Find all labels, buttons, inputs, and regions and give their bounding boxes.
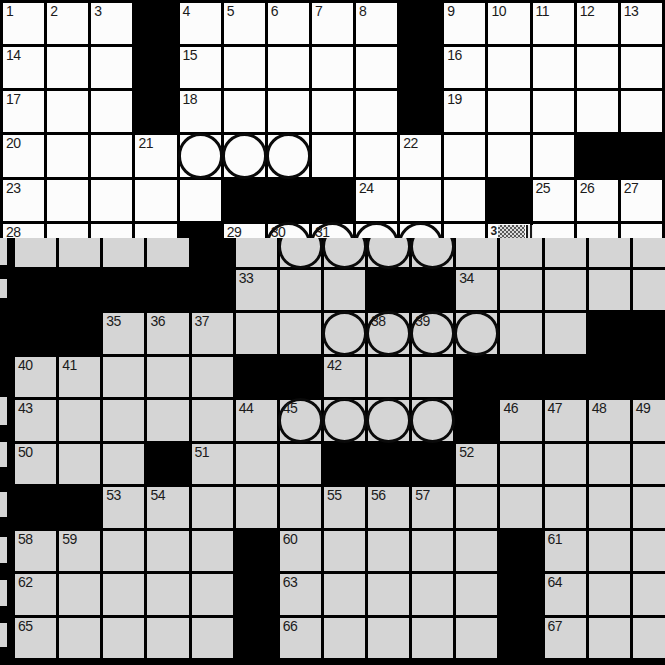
letter-cell-r3c15[interactable]: [621, 91, 662, 132]
left-margin-cell-sliver-5: [0, 492, 9, 517]
letter-cell-r12c11[interactable]: [456, 487, 497, 528]
left-margin-cell-sliver-1: [0, 238, 9, 265]
circle-marker: [366, 398, 411, 443]
letter-cell-r3c8[interactable]: [312, 91, 353, 132]
letter-cell-r10c5[interactable]: [192, 400, 233, 441]
letter-cell-r11c2[interactable]: [59, 444, 100, 485]
clue-number-18: 18: [183, 92, 198, 107]
black-cell-r11c10: [412, 444, 453, 485]
clue-number-60: 60: [283, 532, 298, 547]
clue-number-6: 6: [271, 4, 278, 19]
letter-cell-r10c7[interactable]: 45: [280, 400, 321, 441]
black-cell-r7c3: [103, 270, 144, 311]
letter-cell-r5c11[interactable]: [444, 180, 485, 221]
clue-number-7: 7: [315, 4, 322, 19]
clue-number-38: 38: [371, 314, 386, 329]
letter-cell-r4c13[interactable]: [533, 135, 574, 176]
circle-marker: [278, 238, 323, 269]
letter-cell-r13c9[interactable]: [368, 531, 409, 572]
black-cell-r11c8: [324, 444, 365, 485]
clue-number-5: 5: [227, 4, 234, 19]
letter-cell-r2c13[interactable]: [533, 47, 574, 88]
black-cell-r13c12: [500, 531, 541, 572]
clue-number-12: 12: [580, 4, 595, 19]
letter-cell-r13c4[interactable]: [147, 531, 188, 572]
letter-cell-r13c1[interactable]: 58: [15, 531, 56, 572]
letter-cell-r12c4[interactable]: 54: [147, 487, 188, 528]
letter-cell-r7c14[interactable]: [589, 270, 630, 311]
clue-number-33: 33: [239, 271, 254, 286]
black-cell-r1c10: [400, 3, 441, 44]
letter-cell-r3c9[interactable]: [356, 91, 397, 132]
letter-cell-r3c5[interactable]: 18: [180, 91, 221, 132]
crossword-grid-bottom-gray: 3334353637383940414243444546474849505152…: [12, 238, 665, 661]
letter-cell-r10c4[interactable]: [147, 400, 188, 441]
clue-number-64: 64: [548, 575, 563, 590]
letter-cell-r6c4[interactable]: [147, 238, 188, 267]
letter-cell-r10c9[interactable]: [368, 400, 409, 441]
clue-number-67: 67: [548, 619, 563, 634]
black-cell-r2c4: [135, 47, 176, 88]
letter-cell-r7c13[interactable]: [545, 270, 586, 311]
letter-cell-r8c7[interactable]: [280, 313, 321, 354]
letter-cell-r6c7[interactable]: [280, 238, 321, 267]
letter-cell-r6c13[interactable]: [545, 238, 586, 267]
clue-number-3: 3: [94, 4, 101, 19]
black-cell-r15c12: [500, 618, 541, 659]
letter-cell-r9c3[interactable]: [103, 357, 144, 398]
letter-cell-r15c9[interactable]: [368, 618, 409, 659]
letter-cell-r15c3[interactable]: [103, 618, 144, 659]
clue-number-8: 8: [359, 4, 366, 19]
letter-cell-r4c7[interactable]: [268, 135, 309, 176]
letter-cell-r9c4[interactable]: [147, 357, 188, 398]
letter-cell-r1c2[interactable]: 2: [47, 3, 88, 44]
letter-cell-r1c15[interactable]: 13: [621, 3, 662, 44]
letter-cell-r12c9[interactable]: 56: [368, 487, 409, 528]
letter-cell-r11c11[interactable]: 52: [456, 444, 497, 485]
letter-cell-r3c1[interactable]: 17: [3, 91, 44, 132]
left-margin-cell-sliver-2: [0, 279, 9, 298]
letter-cell-r11c14[interactable]: [589, 444, 630, 485]
clue-number-53: 53: [106, 488, 121, 503]
clue-number-43: 43: [18, 401, 33, 416]
clue-number-42: 42: [327, 358, 342, 373]
letter-cell-r4c10[interactable]: 22: [400, 135, 441, 176]
letter-cell-r6c12[interactable]: [500, 238, 541, 267]
letter-cell-r1c11[interactable]: 9: [444, 3, 485, 44]
letter-cell-r10c13[interactable]: 47: [545, 400, 586, 441]
letter-cell-r2c12[interactable]: [488, 47, 529, 88]
circle-marker: [454, 311, 499, 356]
black-cell-r8c14: [589, 313, 630, 354]
letter-cell-r7c6[interactable]: 33: [236, 270, 277, 311]
letter-cell-r15c2[interactable]: [59, 618, 100, 659]
crossword-board: 1234567891011121314151617181920212223242…: [0, 0, 665, 665]
circle-marker: [322, 238, 367, 269]
letter-cell-r3c12[interactable]: [488, 91, 529, 132]
letter-cell-r10c3[interactable]: [103, 400, 144, 441]
black-cell-r14c6: [236, 574, 277, 615]
letter-cell-r4c8[interactable]: [312, 135, 353, 176]
clue-number-4: 4: [183, 4, 190, 19]
black-cell-r9c14: [589, 357, 630, 398]
letter-cell-r10c8[interactable]: [324, 400, 365, 441]
letter-cell-r6c14[interactable]: [589, 238, 630, 267]
clue-number-50: 50: [18, 445, 33, 460]
letter-cell-r10c15[interactable]: 49: [633, 400, 665, 441]
letter-cell-r8c6[interactable]: [236, 313, 277, 354]
letter-cell-r14c7[interactable]: 63: [280, 574, 321, 615]
letter-cell-r4c3[interactable]: [91, 135, 132, 176]
letter-cell-r11c13[interactable]: [545, 444, 586, 485]
letter-cell-r15c7[interactable]: 66: [280, 618, 321, 659]
letter-cell-r13c13[interactable]: 61: [545, 531, 586, 572]
black-cell-r12c2: [59, 487, 100, 528]
letter-cell-r12c14[interactable]: [589, 487, 630, 528]
letter-cell-r2c9[interactable]: [356, 47, 397, 88]
letter-cell-r8c4[interactable]: 36: [147, 313, 188, 354]
letter-cell-r5c3[interactable]: [91, 180, 132, 221]
circle-marker: [410, 238, 455, 269]
letter-cell-r5c2[interactable]: [47, 180, 88, 221]
clue-number-20: 20: [6, 136, 21, 151]
letter-cell-r12c8[interactable]: 55: [324, 487, 365, 528]
clue-number-47: 47: [548, 401, 563, 416]
black-cell-r10c11: [456, 400, 497, 441]
letter-cell-r3c3[interactable]: [91, 91, 132, 132]
clue-number-34: 34: [459, 271, 474, 286]
letter-cell-r7c8[interactable]: [324, 270, 365, 311]
letter-cell-r1c7[interactable]: 6: [268, 3, 309, 44]
letter-cell-r2c8[interactable]: [312, 47, 353, 88]
letter-cell-r14c11[interactable]: [456, 574, 497, 615]
clue-number-19: 19: [447, 92, 462, 107]
letter-cell-r9c10[interactable]: [412, 357, 453, 398]
clue-number-58: 58: [18, 532, 33, 547]
black-cell-r9c15: [633, 357, 665, 398]
letter-cell-r2c11[interactable]: 16: [444, 47, 485, 88]
letter-cell-r14c15[interactable]: [633, 574, 665, 615]
circle-marker: [266, 133, 311, 178]
black-cell-r5c6: [224, 180, 265, 221]
letter-cell-r10c12[interactable]: 46: [500, 400, 541, 441]
letter-cell-r6c8[interactable]: [324, 238, 365, 267]
black-cell-r5c8: [312, 180, 353, 221]
letter-cell-r13c8[interactable]: [324, 531, 365, 572]
black-cell-r9c12: [500, 357, 541, 398]
clue-number-24: 24: [359, 181, 374, 196]
letter-cell-r2c1[interactable]: 14: [3, 47, 44, 88]
black-cell-r4c15: [621, 135, 662, 176]
clue-number-27: 27: [624, 181, 639, 196]
left-margin-cell-sliver-3: [0, 397, 9, 425]
letter-cell-r14c4[interactable]: [147, 574, 188, 615]
letter-cell-r6c2[interactable]: [59, 238, 100, 267]
clue-number-23: 23: [6, 181, 21, 196]
letter-cell-r7c11[interactable]: 34: [456, 270, 497, 311]
letter-cell-r1c5[interactable]: 4: [180, 3, 221, 44]
letter-cell-r5c15[interactable]: 27: [621, 180, 662, 221]
black-cell-r3c10: [400, 91, 441, 132]
letter-cell-r15c14[interactable]: [589, 618, 630, 659]
letter-cell-r3c13[interactable]: [533, 91, 574, 132]
letter-cell-r13c14[interactable]: [589, 531, 630, 572]
clue-number-37: 37: [195, 314, 210, 329]
letter-cell-r13c10[interactable]: [412, 531, 453, 572]
left-margin-cell-sliver-6: [0, 537, 9, 563]
letter-cell-r12c3[interactable]: 53: [103, 487, 144, 528]
black-cell-r14c12: [500, 574, 541, 615]
letter-cell-r2c3[interactable]: [91, 47, 132, 88]
letter-cell-r4c1[interactable]: 20: [3, 135, 44, 176]
clue-number-59: 59: [62, 532, 77, 547]
letter-cell-r8c13[interactable]: [545, 313, 586, 354]
letter-cell-r5c10[interactable]: [400, 180, 441, 221]
letter-cell-r7c12[interactable]: [500, 270, 541, 311]
letter-cell-r9c1[interactable]: 40: [15, 357, 56, 398]
letter-cell-r4c9[interactable]: [356, 135, 397, 176]
black-cell-r13c6: [236, 531, 277, 572]
black-cell-r4c14: [577, 135, 618, 176]
letter-cell-r8c12[interactable]: [500, 313, 541, 354]
letter-cell-r13c3[interactable]: [103, 531, 144, 572]
clue-number-40: 40: [18, 358, 33, 373]
letter-cell-r5c5[interactable]: [180, 180, 221, 221]
black-cell-r7c5: [192, 270, 233, 311]
clue-number-1: 1: [6, 4, 13, 19]
letter-cell-r15c13[interactable]: 67: [545, 618, 586, 659]
letter-cell-r5c9[interactable]: 24: [356, 180, 397, 221]
letter-cell-r10c14[interactable]: 48: [589, 400, 630, 441]
black-cell-r6c5: [192, 238, 233, 267]
black-cell-r8c2: [59, 313, 100, 354]
letter-cell-r15c5[interactable]: [192, 618, 233, 659]
letter-cell-r2c6[interactable]: [224, 47, 265, 88]
letter-cell-r8c9[interactable]: 38: [368, 313, 409, 354]
letter-cell-r13c5[interactable]: [192, 531, 233, 572]
letter-cell-r12c15[interactable]: [633, 487, 665, 528]
letter-cell-r6c1[interactable]: [15, 238, 56, 267]
circle-marker: [410, 398, 455, 443]
letter-cell-r11c15[interactable]: [633, 444, 665, 485]
clue-number-2: 2: [50, 4, 57, 19]
letter-cell-r4c11[interactable]: [444, 135, 485, 176]
letter-cell-r5c4[interactable]: [135, 180, 176, 221]
letter-cell-r12c10[interactable]: 57: [412, 487, 453, 528]
letter-cell-r13c15[interactable]: [633, 531, 665, 572]
letter-cell-r9c8[interactable]: 42: [324, 357, 365, 398]
letter-cell-r12c12[interactable]: [500, 487, 541, 528]
letter-cell-r6c9[interactable]: [368, 238, 409, 267]
black-cell-r9c11: [456, 357, 497, 398]
crossword-grid-bottom-overlay: 3334353637383940414243444546474849505152…: [0, 238, 665, 665]
letter-cell-r15c11[interactable]: [456, 618, 497, 659]
black-cell-r7c10: [412, 270, 453, 311]
clue-number-66: 66: [283, 619, 298, 634]
letter-cell-r6c11[interactable]: [456, 238, 497, 267]
letter-cell-r2c5[interactable]: 15: [180, 47, 221, 88]
clue-number-45: 45: [283, 401, 298, 416]
left-margin-cell-sliver-4: [0, 442, 9, 467]
letter-cell-r7c7[interactable]: [280, 270, 321, 311]
letter-cell-r8c10[interactable]: 39: [412, 313, 453, 354]
clue-number-52: 52: [459, 445, 474, 460]
black-cell-r7c2: [59, 270, 100, 311]
letter-cell-r8c3[interactable]: 35: [103, 313, 144, 354]
letter-cell-r11c1[interactable]: 50: [15, 444, 56, 485]
letter-cell-r2c15[interactable]: [621, 47, 662, 88]
letter-cell-r6c6[interactable]: [236, 238, 277, 267]
clue-number-25: 25: [536, 181, 551, 196]
clue-number-39: 39: [415, 314, 430, 329]
letter-cell-r5c1[interactable]: 23: [3, 180, 44, 221]
letter-cell-r13c11[interactable]: [456, 531, 497, 572]
black-cell-r9c7: [280, 357, 321, 398]
letter-cell-r14c5[interactable]: [192, 574, 233, 615]
letter-cell-r5c14[interactable]: 26: [577, 180, 618, 221]
letter-cell-r4c4[interactable]: 21: [135, 135, 176, 176]
letter-cell-r9c2[interactable]: 41: [59, 357, 100, 398]
letter-cell-r14c10[interactable]: [412, 574, 453, 615]
letter-cell-r11c7[interactable]: [280, 444, 321, 485]
circle-marker: [322, 311, 367, 356]
letter-cell-r3c14[interactable]: [577, 91, 618, 132]
clue-number-10: 10: [491, 4, 506, 19]
letter-cell-r1c9[interactable]: 8: [356, 3, 397, 44]
letter-cell-r1c3[interactable]: 3: [91, 3, 132, 44]
letter-cell-r9c5[interactable]: [192, 357, 233, 398]
letter-cell-r14c13[interactable]: 64: [545, 574, 586, 615]
letter-cell-r10c6[interactable]: 44: [236, 400, 277, 441]
black-cell-r5c7: [268, 180, 309, 221]
letter-cell-r4c12[interactable]: [488, 135, 529, 176]
letter-cell-r13c7[interactable]: 60: [280, 531, 321, 572]
clue-number-17: 17: [6, 92, 21, 107]
clue-number-21: 21: [138, 136, 153, 151]
clue-number-11: 11: [536, 4, 550, 19]
letter-cell-r4c6[interactable]: [224, 135, 265, 176]
clue-number-57: 57: [415, 488, 430, 503]
clue-number-44: 44: [239, 401, 254, 416]
letter-cell-r14c1[interactable]: 62: [15, 574, 56, 615]
clue-number-48: 48: [592, 401, 607, 416]
circle-marker: [178, 133, 223, 178]
circle-marker: [366, 238, 411, 269]
letter-cell-r3c11[interactable]: 19: [444, 91, 485, 132]
letter-cell-r2c14[interactable]: [577, 47, 618, 88]
letter-cell-r11c6[interactable]: [236, 444, 277, 485]
letter-cell-r10c2[interactable]: [59, 400, 100, 441]
clue-number-41: 41: [62, 358, 77, 373]
letter-cell-r2c2[interactable]: [47, 47, 88, 88]
letter-cell-r15c15[interactable]: [633, 618, 665, 659]
letter-cell-r1c14[interactable]: 12: [577, 3, 618, 44]
glitched-digit: 3: [490, 225, 497, 238]
black-cell-r8c1: [15, 313, 56, 354]
letter-cell-r3c2[interactable]: [47, 91, 88, 132]
letter-cell-r15c8[interactable]: [324, 618, 365, 659]
letter-cell-r11c12[interactable]: [500, 444, 541, 485]
letter-cell-r14c14[interactable]: [589, 574, 630, 615]
black-cell-r11c4: [147, 444, 188, 485]
letter-cell-r3c6[interactable]: [224, 91, 265, 132]
letter-cell-r10c1[interactable]: 43: [15, 400, 56, 441]
clue-number-56: 56: [371, 488, 386, 503]
circle-marker: [222, 133, 267, 178]
black-cell-r5c12: [488, 180, 529, 221]
letter-cell-r8c11[interactable]: [456, 313, 497, 354]
letter-cell-r4c2[interactable]: [47, 135, 88, 176]
letter-cell-r15c4[interactable]: [147, 618, 188, 659]
clue-number-51: 51: [195, 445, 210, 460]
black-cell-r7c9: [368, 270, 409, 311]
clue-number-36: 36: [150, 314, 165, 329]
black-cell-r7c4: [147, 270, 188, 311]
letter-cell-r6c15[interactable]: [633, 238, 665, 267]
letter-cell-r12c13[interactable]: [545, 487, 586, 528]
letter-cell-r10c10[interactable]: [412, 400, 453, 441]
black-cell-r9c13: [545, 357, 586, 398]
letter-cell-r11c3[interactable]: [103, 444, 144, 485]
letter-cell-r9c9[interactable]: [368, 357, 409, 398]
letter-cell-r1c6[interactable]: 5: [224, 3, 265, 44]
black-cell-r3c4: [135, 91, 176, 132]
letter-cell-r11c5[interactable]: 51: [192, 444, 233, 485]
clue-number-54: 54: [150, 488, 165, 503]
letter-cell-r8c5[interactable]: 37: [192, 313, 233, 354]
black-cell-r12c1: [15, 487, 56, 528]
clue-number-55: 55: [327, 488, 342, 503]
clue-number-63: 63: [283, 575, 298, 590]
letter-cell-r14c3[interactable]: [103, 574, 144, 615]
black-cell-r8c15: [633, 313, 665, 354]
clue-number-49: 49: [636, 401, 651, 416]
letter-cell-r12c5[interactable]: [192, 487, 233, 528]
black-cell-r7c1: [15, 270, 56, 311]
black-cell-r1c4: [135, 3, 176, 44]
letter-cell-r7c15[interactable]: [633, 270, 665, 311]
letter-cell-r5c13[interactable]: 25: [533, 180, 574, 221]
clue-number-46: 46: [503, 401, 518, 416]
letter-cell-r2c7[interactable]: [268, 47, 309, 88]
letter-cell-r15c1[interactable]: 65: [15, 618, 56, 659]
clue-number-13: 13: [624, 4, 639, 19]
letter-cell-r6c10[interactable]: [412, 238, 453, 267]
letter-cell-r12c6[interactable]: [236, 487, 277, 528]
letter-cell-r15c10[interactable]: [412, 618, 453, 659]
letter-cell-r6c3[interactable]: [103, 238, 144, 267]
letter-cell-r14c2[interactable]: [59, 574, 100, 615]
letter-cell-r13c2[interactable]: 59: [59, 531, 100, 572]
clue-number-65: 65: [18, 619, 33, 634]
letter-cell-r1c8[interactable]: 7: [312, 3, 353, 44]
black-cell-r2c10: [400, 47, 441, 88]
letter-cell-r3c7[interactable]: [268, 91, 309, 132]
clue-number-26: 26: [580, 181, 595, 196]
letter-cell-r1c13[interactable]: 11: [533, 3, 574, 44]
letter-cell-r4c5[interactable]: [180, 135, 221, 176]
letter-cell-r12c7[interactable]: [280, 487, 321, 528]
letter-cell-r1c12[interactable]: 10: [488, 3, 529, 44]
letter-cell-r1c1[interactable]: 1: [3, 3, 44, 44]
left-margin-cell-sliver-8: [0, 623, 9, 647]
letter-cell-r14c9[interactable]: [368, 574, 409, 615]
clue-number-14: 14: [6, 48, 21, 63]
glitch-checker-artifact: [498, 225, 525, 238]
letter-cell-r14c8[interactable]: [324, 574, 365, 615]
letter-cell-r8c8[interactable]: [324, 313, 365, 354]
